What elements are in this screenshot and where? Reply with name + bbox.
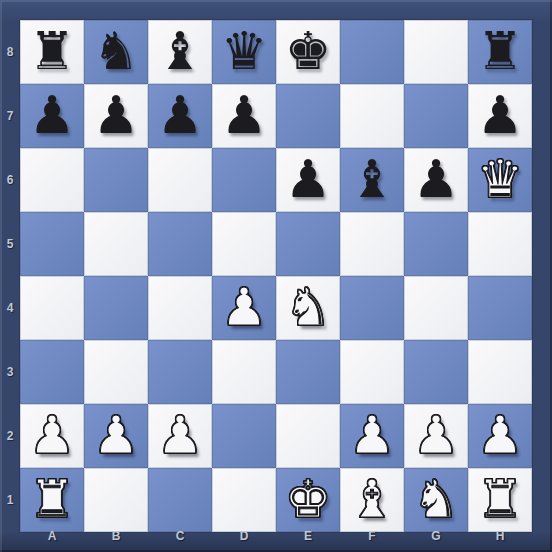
white-queen-h6[interactable]: ♛ (468, 148, 532, 212)
square-b4[interactable] (84, 276, 148, 340)
black-pawn-d7[interactable]: ♟ (212, 84, 276, 148)
file-label-e: E (276, 529, 340, 549)
square-d3[interactable] (212, 340, 276, 404)
white-rook-h1[interactable]: ♜ (468, 468, 532, 532)
square-a7[interactable]: ♟ (20, 84, 84, 148)
white-king-e1[interactable]: ♚ (276, 468, 340, 532)
chess-board: ♜♞♝♛♚♜♟♟♟♟♟♟♝♟♛♟♞♟♟♟♟♟♟♜♚♝♞♜ (20, 20, 532, 532)
square-c5[interactable] (148, 212, 212, 276)
black-pawn-c7[interactable]: ♟ (148, 84, 212, 148)
square-f4[interactable] (340, 276, 404, 340)
square-h7[interactable]: ♟ (468, 84, 532, 148)
black-rook-a8[interactable]: ♜ (20, 20, 84, 84)
square-g4[interactable] (404, 276, 468, 340)
square-a6[interactable] (20, 148, 84, 212)
square-h2[interactable]: ♟ (468, 404, 532, 468)
square-d7[interactable]: ♟ (212, 84, 276, 148)
square-a4[interactable] (20, 276, 84, 340)
square-e8[interactable]: ♚ (276, 20, 340, 84)
square-e3[interactable] (276, 340, 340, 404)
square-b1[interactable] (84, 468, 148, 532)
black-queen-d8[interactable]: ♛ (212, 20, 276, 84)
file-label-d: D (212, 529, 276, 549)
square-d1[interactable] (212, 468, 276, 532)
square-a5[interactable] (20, 212, 84, 276)
file-label-b: B (84, 529, 148, 549)
file-label-c: C (148, 529, 212, 549)
square-c7[interactable]: ♟ (148, 84, 212, 148)
rank-label-5: 5 (0, 212, 20, 276)
rank-label-7: 7 (0, 84, 20, 148)
white-pawn-f2[interactable]: ♟ (340, 404, 404, 468)
square-e6[interactable]: ♟ (276, 148, 340, 212)
white-knight-e4[interactable]: ♞ (276, 276, 340, 340)
square-d2[interactable] (212, 404, 276, 468)
black-bishop-c8[interactable]: ♝ (148, 20, 212, 84)
square-d5[interactable] (212, 212, 276, 276)
square-g3[interactable] (404, 340, 468, 404)
white-pawn-h2[interactable]: ♟ (468, 404, 532, 468)
square-a1[interactable]: ♜ (20, 468, 84, 532)
file-label-f: F (340, 529, 404, 549)
file-labels: ABCDEFGH (20, 529, 532, 549)
square-c8[interactable]: ♝ (148, 20, 212, 84)
square-a3[interactable] (20, 340, 84, 404)
black-rook-h8[interactable]: ♜ (468, 20, 532, 84)
square-h6[interactable]: ♛ (468, 148, 532, 212)
white-knight-g1[interactable]: ♞ (404, 468, 468, 532)
white-pawn-b2[interactable]: ♟ (84, 404, 148, 468)
square-f3[interactable] (340, 340, 404, 404)
square-a2[interactable]: ♟ (20, 404, 84, 468)
white-bishop-f1[interactable]: ♝ (340, 468, 404, 532)
square-f8[interactable] (340, 20, 404, 84)
white-pawn-a2[interactable]: ♟ (20, 404, 84, 468)
black-knight-b8[interactable]: ♞ (84, 20, 148, 84)
square-g1[interactable]: ♞ (404, 468, 468, 532)
rank-label-8: 8 (0, 20, 20, 84)
black-king-e8[interactable]: ♚ (276, 20, 340, 84)
square-f6[interactable]: ♝ (340, 148, 404, 212)
square-b8[interactable]: ♞ (84, 20, 148, 84)
black-pawn-h7[interactable]: ♟ (468, 84, 532, 148)
white-pawn-c2[interactable]: ♟ (148, 404, 212, 468)
rank-label-3: 3 (0, 340, 20, 404)
square-c6[interactable] (148, 148, 212, 212)
square-f2[interactable]: ♟ (340, 404, 404, 468)
black-pawn-b7[interactable]: ♟ (84, 84, 148, 148)
square-a8[interactable]: ♜ (20, 20, 84, 84)
square-h5[interactable] (468, 212, 532, 276)
square-g6[interactable]: ♟ (404, 148, 468, 212)
square-c4[interactable] (148, 276, 212, 340)
square-d6[interactable] (212, 148, 276, 212)
square-b2[interactable]: ♟ (84, 404, 148, 468)
rank-label-2: 2 (0, 404, 20, 468)
black-pawn-g6[interactable]: ♟ (404, 148, 468, 212)
square-d8[interactable]: ♛ (212, 20, 276, 84)
square-f1[interactable]: ♝ (340, 468, 404, 532)
black-pawn-a7[interactable]: ♟ (20, 84, 84, 148)
rank-label-1: 1 (0, 468, 20, 532)
square-e2[interactable] (276, 404, 340, 468)
square-h1[interactable]: ♜ (468, 468, 532, 532)
square-h8[interactable]: ♜ (468, 20, 532, 84)
rank-label-6: 6 (0, 148, 20, 212)
white-rook-a1[interactable]: ♜ (20, 468, 84, 532)
square-g7[interactable] (404, 84, 468, 148)
square-e7[interactable] (276, 84, 340, 148)
black-bishop-f6[interactable]: ♝ (340, 148, 404, 212)
file-label-a: A (20, 529, 84, 549)
square-h3[interactable] (468, 340, 532, 404)
square-d4[interactable]: ♟ (212, 276, 276, 340)
square-h4[interactable] (468, 276, 532, 340)
black-pawn-e6[interactable]: ♟ (276, 148, 340, 212)
square-f7[interactable] (340, 84, 404, 148)
square-c1[interactable] (148, 468, 212, 532)
file-label-g: G (404, 529, 468, 549)
square-c2[interactable]: ♟ (148, 404, 212, 468)
chess-board-frame: 87654321 ♜♞♝♛♚♜♟♟♟♟♟♟♝♟♛♟♞♟♟♟♟♟♟♜♚♝♞♜ AB… (0, 0, 552, 552)
square-g8[interactable] (404, 20, 468, 84)
square-g5[interactable] (404, 212, 468, 276)
square-b3[interactable] (84, 340, 148, 404)
square-e1[interactable]: ♚ (276, 468, 340, 532)
square-e5[interactable] (276, 212, 340, 276)
file-label-h: H (468, 529, 532, 549)
rank-labels: 87654321 (0, 20, 20, 532)
rank-label-4: 4 (0, 276, 20, 340)
white-pawn-d4[interactable]: ♟ (212, 276, 276, 340)
square-e4[interactable]: ♞ (276, 276, 340, 340)
square-b6[interactable] (84, 148, 148, 212)
square-f5[interactable] (340, 212, 404, 276)
square-b5[interactable] (84, 212, 148, 276)
square-g2[interactable]: ♟ (404, 404, 468, 468)
square-b7[interactable]: ♟ (84, 84, 148, 148)
square-c3[interactable] (148, 340, 212, 404)
white-pawn-g2[interactable]: ♟ (404, 404, 468, 468)
